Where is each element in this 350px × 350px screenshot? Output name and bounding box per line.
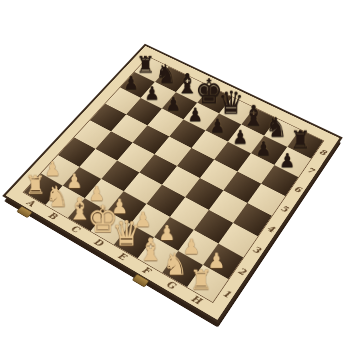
- white-bishop-f1: ♝: [137, 233, 164, 264]
- black-pawn-a7: ♟: [123, 74, 138, 92]
- product-photo-scene: ♜♞♝♚♛♝♞♜8♟♟♟♟♟♟♟♟76543♟♟♟♟♟♟♟♟2♜♞♝♚♛♝♞♜1…: [0, 0, 350, 350]
- black-pawn-d7: ♟: [187, 106, 203, 125]
- white-rook-h1: ♜: [189, 267, 212, 294]
- black-pawn-b7: ♟: [144, 84, 159, 102]
- black-queen-e8: ♛: [218, 87, 244, 119]
- white-rook-a1: ♜: [24, 173, 46, 198]
- black-pawn-e7: ♟: [209, 117, 225, 136]
- white-knight-b1: ♞: [45, 182, 69, 210]
- board-grid: ♜♞♝♚♛♝♞♜8♟♟♟♟♟♟♟♟76543♟♟♟♟♟♟♟♟2♜♞♝♚♛♝♞♜1…: [2, 44, 343, 324]
- white-knight-g1: ♞: [162, 249, 187, 279]
- chess-board: ♜♞♝♚♛♝♞♜8♟♟♟♟♟♟♟♟76543♟♟♟♟♟♟♟♟2♜♞♝♚♛♝♞♜1…: [2, 44, 343, 324]
- white-pawn-a2: ♟: [44, 159, 61, 179]
- square-f4: [185, 178, 223, 210]
- black-pawn-h7: ♟: [279, 151, 296, 171]
- black-pawn-f7: ♟: [232, 128, 248, 147]
- rank-label-4: 4: [258, 216, 283, 243]
- black-pawn-c7: ♟: [165, 95, 180, 114]
- black-pawn-g7: ♟: [255, 139, 271, 158]
